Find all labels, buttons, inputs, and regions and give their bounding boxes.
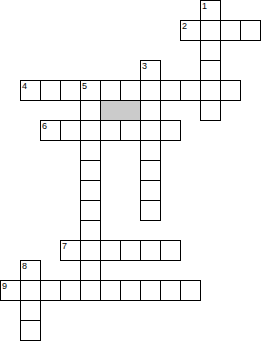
clue-number-1: 1 [202,2,207,11]
clue-number-3: 3 [142,62,147,71]
cell-r1c11[interactable] [220,20,241,41]
cell-r14c3[interactable] [60,280,81,301]
clue-number-7: 7 [62,242,67,251]
cell-r5c10[interactable] [200,100,221,121]
cell-r9c4[interactable] [80,180,101,201]
cell-r5c7[interactable] [140,100,161,121]
cell-r6c6[interactable] [120,120,141,141]
cell-r13c4[interactable] [80,260,101,281]
cell-r4c10[interactable] [200,80,221,101]
cell-r7c7[interactable] [140,140,161,161]
cell-r14c8[interactable] [160,280,181,301]
cell-r12c8[interactable] [160,240,181,261]
cell-r4c5[interactable] [100,80,121,101]
cell-r4c8[interactable] [160,80,181,101]
cell-r14c2[interactable] [40,280,61,301]
cell-r4c11[interactable] [220,80,241,101]
clue-number-4: 4 [22,82,27,91]
cell-r14c9[interactable] [180,280,201,301]
cell-r8c4[interactable] [80,160,101,181]
cell-r7c4[interactable] [80,140,101,161]
cell-r4c3[interactable] [60,80,81,101]
cell-r14c6[interactable] [120,280,141,301]
cell-r2c10[interactable] [200,40,221,61]
crossword-board: 123456789 [0,0,261,341]
cell-r6c3[interactable] [60,120,81,141]
clue-number-6: 6 [42,122,47,131]
cell-r14c7[interactable] [140,280,161,301]
cell-r10c4[interactable] [80,200,101,221]
cell-r6c5[interactable] [100,120,121,141]
cell-r12c6[interactable] [120,240,141,261]
cell-r15c1[interactable] [20,300,41,321]
cell-r6c8[interactable] [160,120,181,141]
cell-r1c10[interactable] [200,20,221,41]
cell-r3c10[interactable] [200,60,221,81]
cell-r11c4[interactable] [80,220,101,241]
clue-number-9: 9 [2,282,7,291]
cell-r4c7[interactable] [140,80,161,101]
cell-r9c7[interactable] [140,180,161,201]
cell-r4c2[interactable] [40,80,61,101]
clue-number-8: 8 [22,262,27,271]
cell-r12c7[interactable] [140,240,161,261]
cell-r12c5[interactable] [100,240,121,261]
cell-r4c6[interactable] [120,80,141,101]
cell-r14c1[interactable] [20,280,41,301]
cell-r14c5[interactable] [100,280,121,301]
clue-number-2: 2 [182,22,187,31]
cell-r14c4[interactable] [80,280,101,301]
cell-r16c1[interactable] [20,320,41,341]
cell-r1c12[interactable] [240,20,261,41]
cell-r5c4[interactable] [80,100,101,121]
clue-number-5: 5 [82,82,87,91]
cell-r10c7[interactable] [140,200,161,221]
cell-r12c4[interactable] [80,240,101,261]
cell-r4c9[interactable] [180,80,201,101]
shaded-cell-r5c5 [100,100,141,121]
cell-r8c7[interactable] [140,160,161,181]
cell-r6c4[interactable] [80,120,101,141]
cell-r6c7[interactable] [140,120,161,141]
